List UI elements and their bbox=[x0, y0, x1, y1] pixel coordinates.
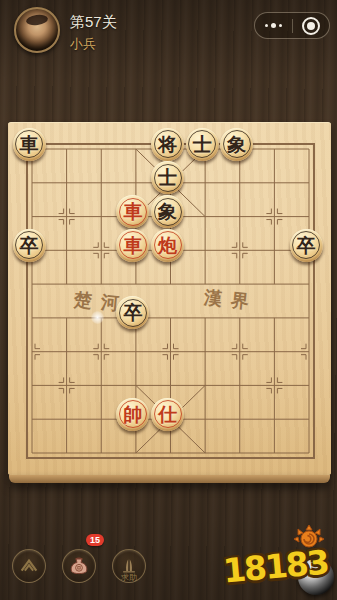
piece-glyph: 士 bbox=[158, 168, 177, 187]
piece-将-black[interactable]: 将 bbox=[151, 128, 184, 161]
piece-象-black[interactable]: 象 bbox=[220, 128, 253, 161]
more-dot-icon bbox=[279, 24, 282, 27]
piece-卒-black[interactable]: 卒 bbox=[290, 229, 323, 262]
piece-glyph: 卒 bbox=[297, 236, 316, 255]
ask-help-button[interactable]: 求助 bbox=[112, 549, 146, 583]
river-right-text: 漢界 bbox=[203, 285, 259, 315]
money-bag-icon bbox=[66, 553, 92, 579]
piece-glyph: 士 bbox=[193, 135, 212, 154]
game-screen: 第57关 小兵 楚河 bbox=[0, 0, 337, 600]
level-title: 第57关 bbox=[70, 13, 117, 32]
help-label: 求助 bbox=[113, 572, 145, 583]
piece-車-red[interactable]: 車 bbox=[116, 229, 149, 262]
river-label-right: 漢界 bbox=[204, 288, 258, 312]
piece-glyph: 象 bbox=[227, 135, 246, 154]
piece-glyph: 車 bbox=[20, 135, 39, 154]
mountain-chevron-icon bbox=[18, 555, 40, 577]
piece-glyph: 仕 bbox=[158, 405, 177, 424]
piece-帥-red[interactable]: 帥 bbox=[116, 398, 149, 431]
more-options-button[interactable] bbox=[255, 13, 292, 38]
menu-button[interactable] bbox=[12, 549, 46, 583]
piece-glyph: 車 bbox=[123, 202, 142, 221]
exit-miniprogram-button[interactable] bbox=[293, 13, 330, 38]
piece-士-black[interactable]: 士 bbox=[186, 128, 219, 161]
xiangqi-board[interactable]: 楚河 漢界 車将士象士車象卒車炮卒卒帥仕 bbox=[8, 122, 331, 475]
hint-sparkle bbox=[91, 311, 104, 324]
exit-circle-icon bbox=[302, 17, 320, 35]
piece-車-black[interactable]: 車 bbox=[13, 128, 46, 161]
piece-仕-red[interactable]: 仕 bbox=[151, 398, 184, 431]
piece-glyph: 将 bbox=[158, 135, 177, 154]
coin-bag-button[interactable] bbox=[62, 549, 96, 583]
piece-卒-black[interactable]: 卒 bbox=[13, 229, 46, 262]
piece-glyph: 卒 bbox=[20, 236, 39, 255]
piece-glyph: 車 bbox=[123, 236, 142, 255]
wechat-capsule bbox=[254, 12, 330, 39]
piece-glyph: 象 bbox=[158, 202, 177, 221]
more-dot-icon bbox=[265, 24, 268, 27]
stage-name: 小兵 bbox=[70, 35, 96, 53]
site-watermark: 18183 bbox=[221, 524, 335, 598]
piece-glyph: 炮 bbox=[158, 236, 177, 255]
player-avatar[interactable] bbox=[14, 7, 60, 53]
piece-象-black[interactable]: 象 bbox=[151, 195, 184, 228]
coin-badge: 15 bbox=[86, 534, 104, 546]
piece-glyph: 帥 bbox=[123, 405, 142, 424]
piece-glyph: 卒 bbox=[123, 303, 142, 322]
piece-炮-red[interactable]: 炮 bbox=[151, 229, 184, 262]
more-dot-icon bbox=[271, 23, 276, 28]
